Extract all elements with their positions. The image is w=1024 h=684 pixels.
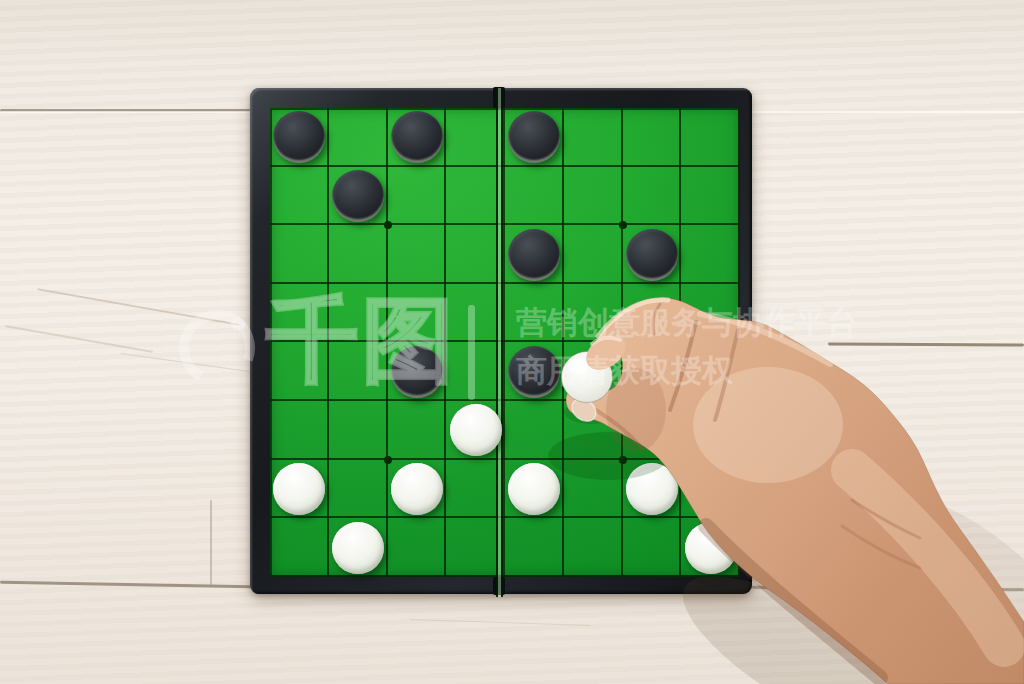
- photo-scene: 千图 营销创意服务与协作平台 商用请获取授权: [0, 0, 1024, 684]
- cell-f2[interactable]: [564, 167, 623, 226]
- cell-c2[interactable]: [388, 167, 447, 226]
- black-disc-c5[interactable]: [391, 346, 443, 398]
- cell-c5[interactable]: [388, 343, 447, 402]
- cell-d2[interactable]: [446, 167, 505, 226]
- cell-b2[interactable]: [329, 167, 388, 226]
- cell-e1[interactable]: [505, 108, 564, 167]
- cell-a2[interactable]: [270, 167, 329, 226]
- cell-h2[interactable]: [681, 167, 740, 226]
- cell-d3[interactable]: [446, 225, 505, 284]
- cell-b6[interactable]: [329, 401, 388, 460]
- cell-e2[interactable]: [505, 167, 564, 226]
- black-disc-e1[interactable]: [508, 111, 560, 163]
- cell-d8[interactable]: [446, 518, 505, 577]
- white-disc-b8[interactable]: [332, 522, 384, 574]
- cell-c7[interactable]: [388, 460, 447, 519]
- held-disc-highlight: [568, 359, 588, 373]
- cell-c6[interactable]: [388, 401, 447, 460]
- black-disc-c1[interactable]: [391, 111, 443, 163]
- cell-c8[interactable]: [388, 518, 447, 577]
- cell-g1[interactable]: [623, 108, 682, 167]
- finger-shade: [606, 368, 666, 452]
- cell-c1[interactable]: [388, 108, 447, 167]
- hand: [500, 260, 1024, 684]
- cell-a4[interactable]: [270, 284, 329, 343]
- cell-c3[interactable]: [388, 225, 447, 284]
- hand-highlight: [693, 367, 843, 483]
- cell-d5[interactable]: [446, 343, 505, 402]
- cell-d4[interactable]: [446, 284, 505, 343]
- white-disc-d6[interactable]: [450, 404, 502, 456]
- cell-a3[interactable]: [270, 225, 329, 284]
- cell-a8[interactable]: [270, 518, 329, 577]
- cell-d1[interactable]: [446, 108, 505, 167]
- cell-a5[interactable]: [270, 343, 329, 402]
- cell-d6[interactable]: [446, 401, 505, 460]
- cell-c4[interactable]: [388, 284, 447, 343]
- cell-b4[interactable]: [329, 284, 388, 343]
- cell-b7[interactable]: [329, 460, 388, 519]
- cell-a6[interactable]: [270, 401, 329, 460]
- cell-b1[interactable]: [329, 108, 388, 167]
- cell-f1[interactable]: [564, 108, 623, 167]
- black-disc-b2[interactable]: [332, 170, 384, 222]
- black-disc-a1[interactable]: [273, 111, 325, 163]
- cell-b3[interactable]: [329, 225, 388, 284]
- cell-a1[interactable]: [270, 108, 329, 167]
- cell-h1[interactable]: [681, 108, 740, 167]
- cell-b5[interactable]: [329, 343, 388, 402]
- cell-a7[interactable]: [270, 460, 329, 519]
- white-disc-a7[interactable]: [273, 463, 325, 515]
- cell-g2[interactable]: [623, 167, 682, 226]
- white-disc-c7[interactable]: [391, 463, 443, 515]
- cell-b8[interactable]: [329, 518, 388, 577]
- cell-d7[interactable]: [446, 460, 505, 519]
